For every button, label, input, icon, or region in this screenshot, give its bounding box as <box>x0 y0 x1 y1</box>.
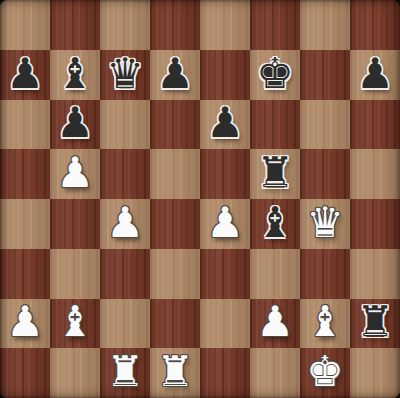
square-g8[interactable] <box>300 0 350 50</box>
square-f8[interactable] <box>250 0 300 50</box>
square-d5[interactable] <box>150 149 200 199</box>
white-bishop-g2[interactable]: ♝ <box>306 301 344 343</box>
black-queen-c7[interactable]: ♛ <box>106 53 144 95</box>
square-f7[interactable]: ♚ <box>250 50 300 100</box>
white-pawn-a2[interactable]: ♟ <box>6 301 44 343</box>
square-g6[interactable] <box>300 100 350 150</box>
black-bishop-f4[interactable]: ♝ <box>256 202 294 244</box>
square-a7[interactable]: ♟ <box>0 50 50 100</box>
square-f2[interactable]: ♟ <box>250 299 300 349</box>
square-b5[interactable]: ♟ <box>50 149 100 199</box>
square-b2[interactable]: ♝ <box>50 299 100 349</box>
square-d6[interactable] <box>150 100 200 150</box>
square-a4[interactable] <box>0 199 50 249</box>
square-a3[interactable] <box>0 249 50 299</box>
square-e8[interactable] <box>200 0 250 50</box>
square-b3[interactable] <box>50 249 100 299</box>
square-f5[interactable]: ♜ <box>250 149 300 199</box>
square-h8[interactable] <box>350 0 400 50</box>
square-h1[interactable] <box>350 348 400 398</box>
square-c3[interactable] <box>100 249 150 299</box>
square-b8[interactable] <box>50 0 100 50</box>
square-h2[interactable]: ♜ <box>350 299 400 349</box>
square-e2[interactable] <box>200 299 250 349</box>
white-pawn-f2[interactable]: ♟ <box>256 301 294 343</box>
chess-board: ♟♝♛♟♚♟♟♟♟♜♟♟♝♛♟♝♟♝♜♜♜♚ <box>0 0 400 398</box>
square-b1[interactable] <box>50 348 100 398</box>
square-d4[interactable] <box>150 199 200 249</box>
square-g2[interactable]: ♝ <box>300 299 350 349</box>
square-e7[interactable] <box>200 50 250 100</box>
black-rook-h2[interactable]: ♜ <box>356 301 394 343</box>
black-king-f7[interactable]: ♚ <box>256 53 294 95</box>
square-h6[interactable] <box>350 100 400 150</box>
square-a5[interactable] <box>0 149 50 199</box>
square-e3[interactable] <box>200 249 250 299</box>
square-a2[interactable]: ♟ <box>0 299 50 349</box>
square-h7[interactable]: ♟ <box>350 50 400 100</box>
square-g3[interactable] <box>300 249 350 299</box>
square-h3[interactable] <box>350 249 400 299</box>
square-e4[interactable]: ♟ <box>200 199 250 249</box>
black-pawn-a7[interactable]: ♟ <box>6 53 44 95</box>
square-e6[interactable]: ♟ <box>200 100 250 150</box>
square-g5[interactable] <box>300 149 350 199</box>
white-rook-d1[interactable]: ♜ <box>156 351 194 393</box>
white-bishop-b2[interactable]: ♝ <box>56 301 94 343</box>
black-pawn-h7[interactable]: ♟ <box>356 53 394 95</box>
square-b4[interactable] <box>50 199 100 249</box>
square-f1[interactable] <box>250 348 300 398</box>
square-f6[interactable] <box>250 100 300 150</box>
white-rook-c1[interactable]: ♜ <box>106 351 144 393</box>
white-pawn-b5[interactable]: ♟ <box>56 152 94 194</box>
square-a8[interactable] <box>0 0 50 50</box>
square-b7[interactable]: ♝ <box>50 50 100 100</box>
square-e1[interactable] <box>200 348 250 398</box>
square-h4[interactable] <box>350 199 400 249</box>
black-pawn-e6[interactable]: ♟ <box>206 102 244 144</box>
square-f4[interactable]: ♝ <box>250 199 300 249</box>
square-d2[interactable] <box>150 299 200 349</box>
black-bishop-b7[interactable]: ♝ <box>56 53 94 95</box>
square-a1[interactable] <box>0 348 50 398</box>
square-d1[interactable]: ♜ <box>150 348 200 398</box>
square-e5[interactable] <box>200 149 250 199</box>
square-d7[interactable]: ♟ <box>150 50 200 100</box>
black-pawn-b6[interactable]: ♟ <box>56 102 94 144</box>
square-g4[interactable]: ♛ <box>300 199 350 249</box>
square-f3[interactable] <box>250 249 300 299</box>
square-h5[interactable] <box>350 149 400 199</box>
square-c7[interactable]: ♛ <box>100 50 150 100</box>
black-rook-f5[interactable]: ♜ <box>256 152 294 194</box>
black-pawn-d7[interactable]: ♟ <box>156 53 194 95</box>
white-queen-g4[interactable]: ♛ <box>306 202 344 244</box>
square-g1[interactable]: ♚ <box>300 348 350 398</box>
square-c6[interactable] <box>100 100 150 150</box>
square-a6[interactable] <box>0 100 50 150</box>
square-d3[interactable] <box>150 249 200 299</box>
white-king-g1[interactable]: ♚ <box>306 351 344 393</box>
square-d8[interactable] <box>150 0 200 50</box>
square-c8[interactable] <box>100 0 150 50</box>
square-c2[interactable] <box>100 299 150 349</box>
square-b6[interactable]: ♟ <box>50 100 100 150</box>
white-pawn-e4[interactable]: ♟ <box>206 202 244 244</box>
square-g7[interactable] <box>300 50 350 100</box>
square-c5[interactable] <box>100 149 150 199</box>
white-pawn-c4[interactable]: ♟ <box>106 202 144 244</box>
square-c1[interactable]: ♜ <box>100 348 150 398</box>
square-c4[interactable]: ♟ <box>100 199 150 249</box>
